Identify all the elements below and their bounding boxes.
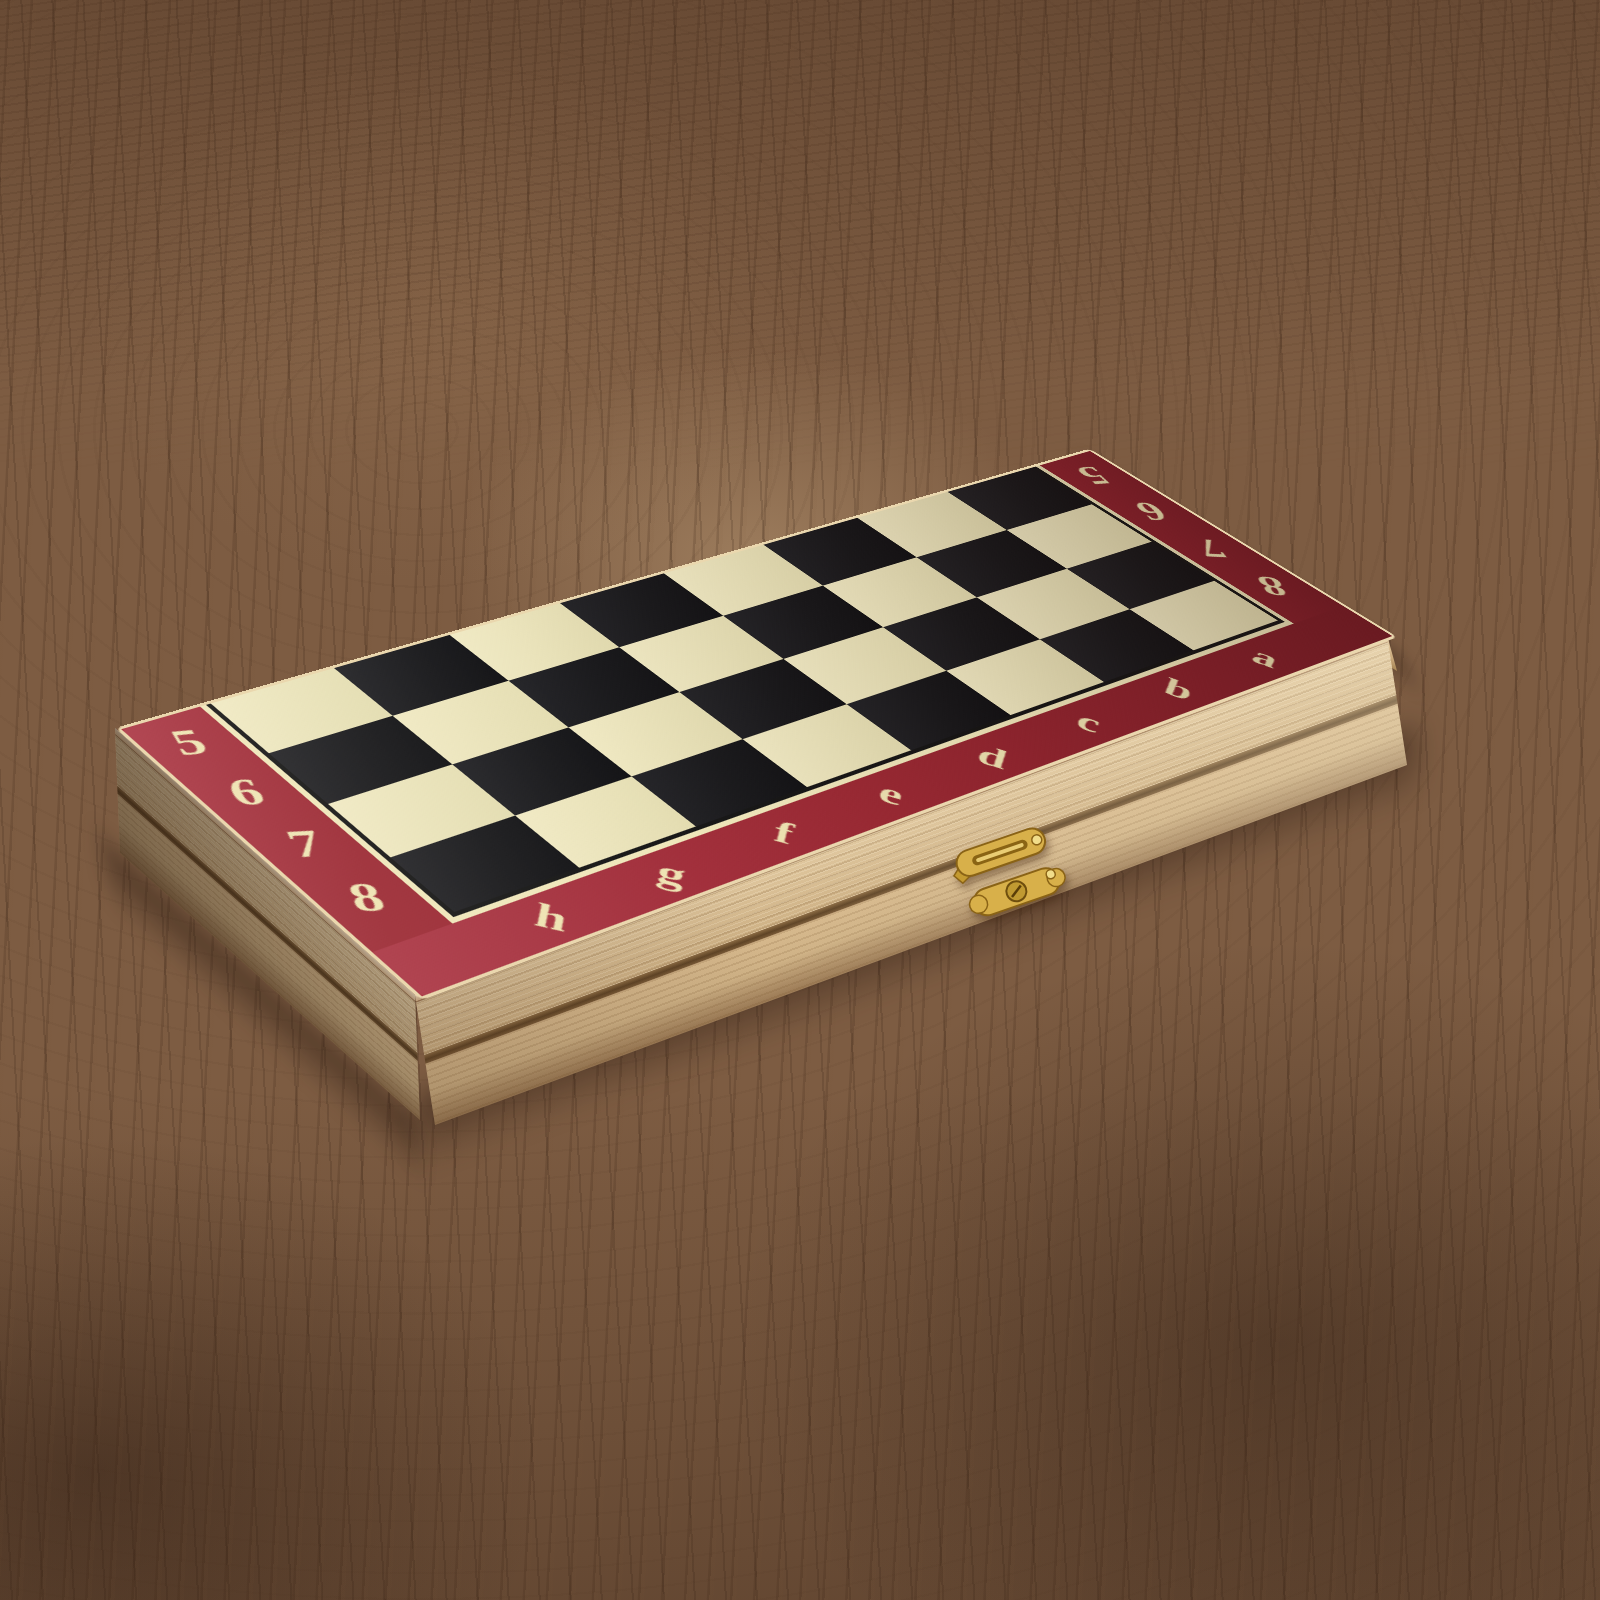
- file-label-h: h: [492, 884, 609, 952]
- chess-box: 5678 5678 hgfedcba: [0, 0, 1600, 1600]
- rank-label-left-7: 7: [246, 820, 363, 869]
- rank-label-left-8: 8: [307, 873, 425, 922]
- file-label-f: f: [728, 801, 839, 866]
- clasp-icon: [952, 818, 1076, 928]
- file-label-e: e: [836, 763, 944, 827]
- file-label-g: g: [614, 841, 728, 908]
- file-label-a: a: [1214, 630, 1315, 688]
- clasp: [952, 818, 1076, 928]
- file-label-c: c: [1035, 693, 1139, 754]
- file-label-b: b: [1127, 660, 1230, 719]
- file-label-d: d: [939, 727, 1045, 789]
